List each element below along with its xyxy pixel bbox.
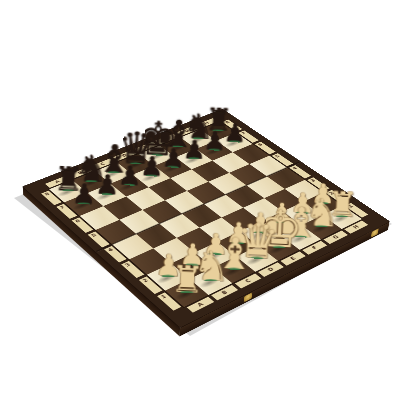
coordinate-label: H <box>344 221 368 234</box>
brass-clasp-icon <box>371 228 379 237</box>
brass-clasp-icon <box>244 292 252 302</box>
coordinate-label: C <box>235 273 261 288</box>
pieces-layer: ♜♞♝♛♚♝♞♜♟♟♟♟♟♟♟♟♟♟♟♟♟♟♟♟♜♞♝♛♚♝♞♜ <box>49 122 362 307</box>
chess-board: ABCDEFGH ABCDEFGH 87654321 87654321 ♜♞♝♛… <box>23 109 390 327</box>
board-top-face: ABCDEFGH ABCDEFGH 87654321 87654321 ♜♞♝♛… <box>23 109 390 327</box>
product-photo-chess-set: ABCDEFGH ABCDEFGH 87654321 87654321 ♜♞♝♛… <box>0 0 400 400</box>
scene-rotation-wrapper: ABCDEFGH ABCDEFGH 87654321 87654321 ♜♞♝♛… <box>68 68 340 340</box>
piece-white-rook-a1: ♜ <box>171 256 203 294</box>
piece-black-pawn-a7: ♟ <box>70 177 99 205</box>
felt-base <box>167 166 179 169</box>
coordinate-label: F <box>302 241 327 255</box>
